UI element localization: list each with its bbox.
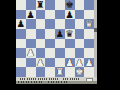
status-text-smudge <box>20 78 58 80</box>
square-e2[interactable] <box>55 58 65 68</box>
square-e3[interactable] <box>55 48 65 58</box>
square-e8[interactable] <box>55 0 65 10</box>
square-c3[interactable] <box>36 48 46 58</box>
square-f2[interactable]: ♟ <box>65 58 75 68</box>
square-f8[interactable]: ♚ <box>65 0 75 10</box>
square-h7[interactable] <box>84 10 94 20</box>
square-a5[interactable] <box>16 29 26 39</box>
black-pawn[interactable]: ♟ <box>56 29 65 38</box>
black-pawn[interactable]: ♟ <box>65 10 74 19</box>
square-d2[interactable] <box>45 58 55 68</box>
square-g6[interactable] <box>75 19 85 29</box>
square-c8[interactable]: ♜ <box>36 0 46 10</box>
white-pawn[interactable]: ♟ <box>75 58 84 67</box>
white-pawn[interactable]: ♟ <box>65 58 74 67</box>
white-pawn[interactable]: ♟ <box>26 48 35 57</box>
square-e1[interactable]: ♜ <box>55 67 65 77</box>
square-a2[interactable] <box>16 58 26 68</box>
square-h5[interactable] <box>84 29 94 39</box>
square-b6[interactable] <box>26 19 36 29</box>
square-h6[interactable]: ♛ <box>84 19 94 29</box>
square-e4[interactable] <box>55 39 65 49</box>
caption-text-smudge <box>18 81 44 83</box>
square-h8[interactable] <box>84 0 94 10</box>
square-c5[interactable] <box>36 29 46 39</box>
caption-bar <box>16 81 97 84</box>
square-b1[interactable] <box>26 67 36 77</box>
white-king[interactable]: ♚ <box>75 67 84 76</box>
square-h1[interactable] <box>84 67 94 77</box>
square-b8[interactable] <box>26 0 36 10</box>
black-pawn[interactable]: ♟ <box>17 19 26 28</box>
square-f4[interactable] <box>65 39 75 49</box>
square-b2[interactable] <box>26 58 36 68</box>
square-h2[interactable]: ♟ <box>84 58 94 68</box>
square-c2[interactable]: ♟ <box>36 58 46 68</box>
square-d3[interactable] <box>45 48 55 58</box>
square-a4[interactable] <box>16 39 26 49</box>
square-g1[interactable]: ♚ <box>75 67 85 77</box>
black-rook[interactable]: ♜ <box>36 0 45 9</box>
square-f3[interactable] <box>65 48 75 58</box>
square-a7[interactable] <box>16 10 26 20</box>
panel-divider-strip <box>94 0 97 80</box>
square-a6[interactable]: ♟ <box>16 19 26 29</box>
square-e5[interactable]: ♟ <box>55 29 65 39</box>
square-e6[interactable] <box>55 19 65 29</box>
square-d8[interactable] <box>45 0 55 10</box>
caption-text-smudge <box>48 81 68 83</box>
chess-board[interactable]: ♜♚♟♟♟♛♟♛♟♟♟♟♟♜♚ <box>16 0 94 77</box>
black-queen[interactable]: ♛ <box>65 29 74 38</box>
square-d5[interactable] <box>45 29 55 39</box>
black-king[interactable]: ♚ <box>65 0 74 9</box>
square-h4[interactable] <box>84 39 94 49</box>
square-b5[interactable] <box>26 29 36 39</box>
square-d7[interactable] <box>45 10 55 20</box>
square-f5[interactable]: ♛ <box>65 29 75 39</box>
square-c7[interactable] <box>36 10 46 20</box>
square-d4[interactable] <box>45 39 55 49</box>
square-b7[interactable]: ♟ <box>26 10 36 20</box>
square-g8[interactable] <box>75 0 85 10</box>
video-frame: ♜♚♟♟♟♛♟♛♟♟♟♟♟♜♚ <box>0 0 120 90</box>
square-c4[interactable] <box>36 39 46 49</box>
white-pawn[interactable]: ♟ <box>36 58 45 67</box>
square-f1[interactable] <box>65 67 75 77</box>
square-h3[interactable] <box>84 48 94 58</box>
scrollbar-thumb[interactable] <box>94 28 97 32</box>
square-g7[interactable] <box>75 10 85 20</box>
status-text-smudge <box>63 78 79 80</box>
square-b4[interactable] <box>26 39 36 49</box>
square-g3[interactable] <box>75 48 85 58</box>
square-f6[interactable] <box>65 19 75 29</box>
square-b3[interactable]: ♟ <box>26 48 36 58</box>
square-g4[interactable] <box>75 39 85 49</box>
square-d6[interactable] <box>45 19 55 29</box>
white-queen[interactable]: ♛ <box>85 19 94 28</box>
white-rook[interactable]: ♜ <box>56 67 65 76</box>
white-pawn[interactable]: ♟ <box>85 58 94 67</box>
square-f7[interactable]: ♟ <box>65 10 75 20</box>
square-g2[interactable]: ♟ <box>75 58 85 68</box>
square-a8[interactable] <box>16 0 26 10</box>
square-c6[interactable] <box>36 19 46 29</box>
black-pawn[interactable]: ♟ <box>26 10 35 19</box>
square-a3[interactable] <box>16 48 26 58</box>
square-c1[interactable] <box>36 67 46 77</box>
square-d1[interactable] <box>45 67 55 77</box>
square-a1[interactable] <box>16 67 26 77</box>
square-e7[interactable] <box>55 10 65 20</box>
square-g5[interactable] <box>75 29 85 39</box>
